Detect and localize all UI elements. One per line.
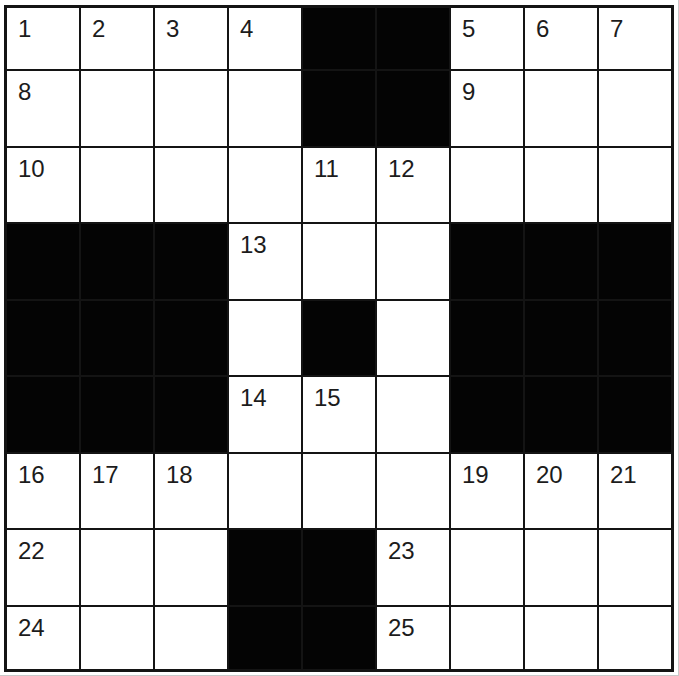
cell-r5c4[interactable]	[229, 301, 301, 376]
cell-r2c1[interactable]: 8	[7, 71, 79, 146]
clue-number-21: 21	[610, 463, 637, 487]
clue-number-7: 7	[610, 17, 623, 41]
clue-number-12: 12	[388, 157, 415, 181]
cell-r9c2[interactable]	[81, 607, 153, 669]
clue-number-15: 15	[314, 386, 341, 410]
cell-r6c5[interactable]: 15	[303, 377, 375, 452]
block-cell-r9c5	[303, 607, 375, 669]
block-cell-r5c8	[525, 301, 597, 376]
block-cell-r6c2	[81, 377, 153, 452]
cell-r8c8[interactable]	[525, 530, 597, 605]
block-cell-r6c3	[155, 377, 227, 452]
cell-r2c8[interactable]	[525, 71, 597, 146]
cell-r5c6[interactable]	[377, 301, 449, 376]
clue-number-13: 13	[240, 233, 267, 257]
cell-r9c1[interactable]: 24	[7, 607, 79, 669]
cell-r3c1[interactable]: 10	[7, 148, 79, 223]
clue-number-8: 8	[18, 80, 31, 104]
block-cell-r4c2	[81, 224, 153, 299]
block-cell-r4c9	[599, 224, 671, 299]
block-cell-r6c9	[599, 377, 671, 452]
cell-r2c7[interactable]: 9	[451, 71, 523, 146]
cell-r7c8[interactable]: 20	[525, 454, 597, 529]
cell-r3c4[interactable]	[229, 148, 301, 223]
cell-r7c5[interactable]	[303, 454, 375, 529]
cell-r8c7[interactable]	[451, 530, 523, 605]
clue-number-18: 18	[166, 463, 193, 487]
cell-r7c9[interactable]: 21	[599, 454, 671, 529]
crossword-screenshot: 1234567891011121314151617181920212223242…	[0, 0, 679, 676]
cell-r1c9[interactable]: 7	[599, 8, 671, 69]
clue-number-9: 9	[462, 80, 475, 104]
cell-r6c4[interactable]: 14	[229, 377, 301, 452]
cell-r3c9[interactable]	[599, 148, 671, 223]
clue-number-2: 2	[92, 17, 105, 41]
cell-r8c3[interactable]	[155, 530, 227, 605]
cell-r3c3[interactable]	[155, 148, 227, 223]
block-cell-r5c2	[81, 301, 153, 376]
cell-r8c6[interactable]: 23	[377, 530, 449, 605]
clue-number-14: 14	[240, 386, 267, 410]
block-cell-r5c1	[7, 301, 79, 376]
block-cell-r2c5	[303, 71, 375, 146]
cell-r3c2[interactable]	[81, 148, 153, 223]
clue-number-3: 3	[166, 17, 179, 41]
block-cell-r5c3	[155, 301, 227, 376]
cell-r4c4[interactable]: 13	[229, 224, 301, 299]
cell-r1c1[interactable]: 1	[7, 8, 79, 69]
cell-r3c5[interactable]: 11	[303, 148, 375, 223]
cell-r7c1[interactable]: 16	[7, 454, 79, 529]
block-cell-r6c1	[7, 377, 79, 452]
cell-r7c7[interactable]: 19	[451, 454, 523, 529]
clue-number-10: 10	[18, 157, 45, 181]
block-cell-r1c6	[377, 8, 449, 69]
cell-r1c3[interactable]: 3	[155, 8, 227, 69]
block-cell-r8c4	[229, 530, 301, 605]
block-cell-r5c9	[599, 301, 671, 376]
block-cell-r4c3	[155, 224, 227, 299]
cell-r2c4[interactable]	[229, 71, 301, 146]
cell-r1c7[interactable]: 5	[451, 8, 523, 69]
block-cell-r6c7	[451, 377, 523, 452]
block-cell-r2c6	[377, 71, 449, 146]
block-cell-r5c5	[303, 301, 375, 376]
block-cell-r4c7	[451, 224, 523, 299]
clue-number-23: 23	[388, 539, 415, 563]
cell-r6c6[interactable]	[377, 377, 449, 452]
cell-r1c4[interactable]: 4	[229, 8, 301, 69]
block-cell-r4c8	[525, 224, 597, 299]
cell-r8c1[interactable]: 22	[7, 530, 79, 605]
cell-r9c7[interactable]	[451, 607, 523, 669]
cell-r2c3[interactable]	[155, 71, 227, 146]
cell-r2c9[interactable]	[599, 71, 671, 146]
block-cell-r1c5	[303, 8, 375, 69]
cell-r7c3[interactable]: 18	[155, 454, 227, 529]
clue-number-25: 25	[388, 616, 415, 640]
clue-number-4: 4	[240, 17, 253, 41]
cell-r4c5[interactable]	[303, 224, 375, 299]
cell-r4c6[interactable]	[377, 224, 449, 299]
block-cell-r8c5	[303, 530, 375, 605]
cell-r3c8[interactable]	[525, 148, 597, 223]
cell-r7c6[interactable]	[377, 454, 449, 529]
cell-r3c6[interactable]: 12	[377, 148, 449, 223]
block-cell-r9c4	[229, 607, 301, 669]
cell-r9c8[interactable]	[525, 607, 597, 669]
cell-r3c7[interactable]	[451, 148, 523, 223]
cell-r7c2[interactable]: 17	[81, 454, 153, 529]
cell-r7c4[interactable]	[229, 454, 301, 529]
cell-r9c6[interactable]: 25	[377, 607, 449, 669]
clue-number-5: 5	[462, 17, 475, 41]
cell-r1c2[interactable]: 2	[81, 8, 153, 69]
cell-r8c2[interactable]	[81, 530, 153, 605]
clue-number-20: 20	[536, 463, 563, 487]
cell-r8c9[interactable]	[599, 530, 671, 605]
clue-number-24: 24	[18, 616, 45, 640]
clue-number-16: 16	[18, 463, 45, 487]
clue-number-11: 11	[314, 157, 339, 181]
cell-r1c8[interactable]: 6	[525, 8, 597, 69]
clue-number-22: 22	[18, 539, 45, 563]
block-cell-r6c8	[525, 377, 597, 452]
block-cell-r5c7	[451, 301, 523, 376]
clue-number-19: 19	[462, 463, 489, 487]
clue-number-6: 6	[536, 17, 549, 41]
cell-r2c2[interactable]	[81, 71, 153, 146]
cell-r9c9[interactable]	[599, 607, 671, 669]
clue-number-17: 17	[92, 463, 119, 487]
crossword-board: 1234567891011121314151617181920212223242…	[4, 5, 674, 672]
clue-number-1: 1	[18, 17, 31, 41]
block-cell-r4c1	[7, 224, 79, 299]
cell-r9c3[interactable]	[155, 607, 227, 669]
